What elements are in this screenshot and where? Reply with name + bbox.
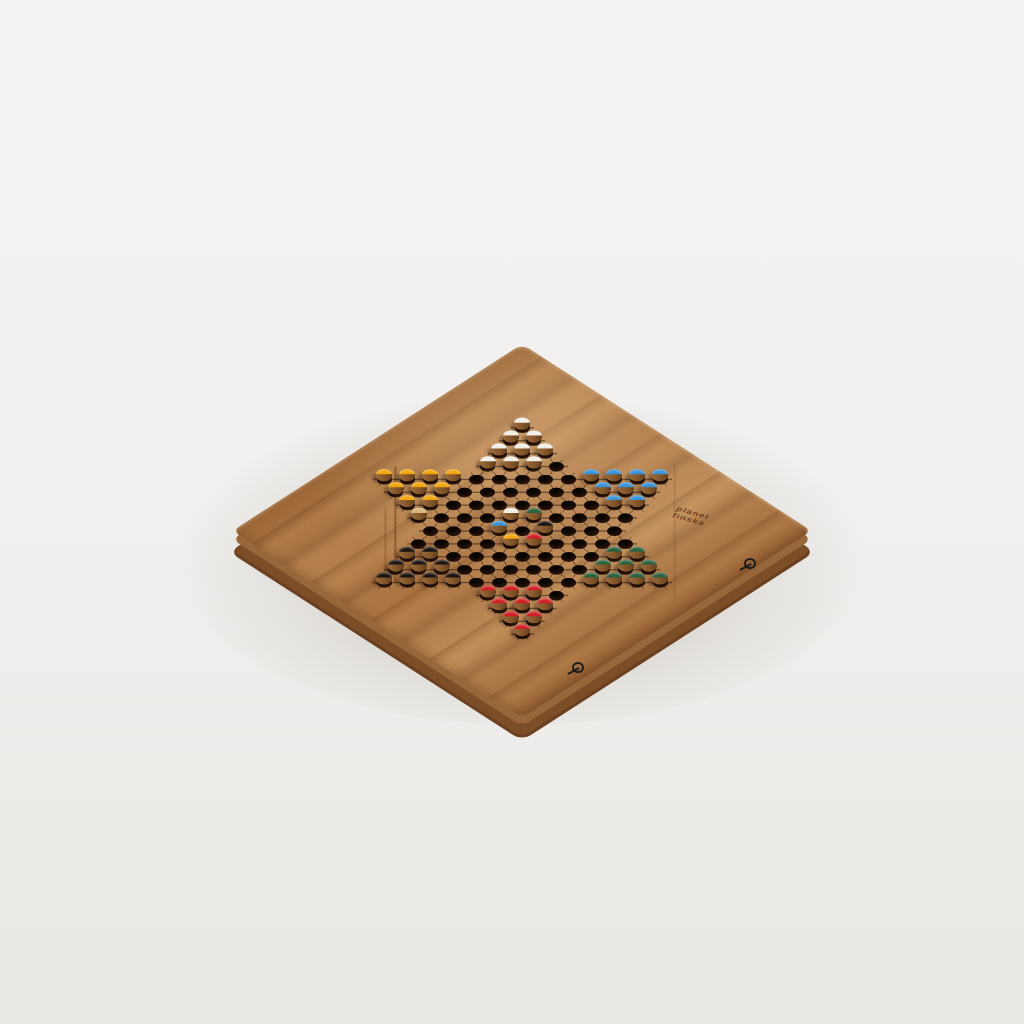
peg-black[interactable]	[422, 572, 438, 582]
board-row-13	[373, 576, 672, 589]
peg-hole[interactable]	[469, 552, 484, 562]
cell-r8c9	[591, 512, 614, 525]
cell-r4c4	[545, 460, 568, 473]
peg-hole[interactable]	[549, 591, 564, 601]
peg-hole[interactable]	[561, 475, 576, 485]
peg-black[interactable]	[422, 546, 438, 556]
peg-natural[interactable]	[411, 508, 427, 518]
peg-green[interactable]	[606, 546, 622, 556]
peg-red[interactable]	[503, 611, 519, 621]
peg-hole[interactable]	[561, 526, 576, 536]
peg-white[interactable]	[480, 456, 496, 466]
peg-blue[interactable]	[583, 469, 599, 479]
peg-hole[interactable]	[480, 539, 495, 549]
peg-hole[interactable]	[618, 513, 633, 523]
cell-r13c3	[419, 576, 442, 589]
peg-white[interactable]	[503, 508, 519, 518]
cell-r8c8	[568, 512, 591, 525]
peg-white[interactable]	[526, 456, 542, 466]
peg-blue[interactable]	[629, 469, 645, 479]
cell-r6c6	[499, 486, 522, 499]
peg-black[interactable]	[411, 559, 427, 569]
peg-green[interactable]	[652, 572, 668, 582]
peg-yellow[interactable]	[445, 469, 461, 479]
peg-hole[interactable]	[492, 552, 507, 562]
peg-hole[interactable]	[434, 539, 449, 549]
peg-hole[interactable]	[526, 565, 541, 575]
cell-r8c3	[453, 512, 476, 525]
peg-black[interactable]	[399, 546, 415, 556]
latch-hook	[566, 660, 586, 676]
peg-yellow[interactable]	[411, 482, 427, 492]
peg-green[interactable]	[595, 559, 611, 569]
cell-r9c1	[419, 525, 442, 538]
peg-hole[interactable]	[503, 565, 518, 575]
peg-hole[interactable]	[595, 513, 610, 523]
cell-r8c2	[430, 512, 453, 525]
cell-r10c7	[545, 537, 568, 550]
cell-r11c6	[511, 550, 534, 563]
cell-r8c10	[614, 512, 637, 525]
cell-r10c5	[499, 537, 522, 550]
cell-r4c3	[522, 460, 545, 473]
peg-white[interactable]	[526, 430, 542, 440]
product-photo-scene: planet finska	[0, 0, 1024, 1024]
board-row-8	[407, 512, 637, 525]
cell-r5c5	[465, 473, 488, 486]
cell-r13c1	[373, 576, 396, 589]
peg-black[interactable]	[537, 521, 553, 531]
peg-red[interactable]	[537, 598, 553, 608]
board-row-15	[488, 602, 557, 615]
peg-red[interactable]	[526, 611, 542, 621]
peg-hole[interactable]	[607, 526, 622, 536]
cell-r9c3	[465, 525, 488, 538]
peg-white[interactable]	[514, 417, 530, 427]
cell-r5c6	[488, 473, 511, 486]
peg-hole[interactable]	[549, 539, 564, 549]
peg-hole[interactable]	[423, 526, 438, 536]
peg-green[interactable]	[618, 559, 634, 569]
peg-red[interactable]	[480, 585, 496, 595]
board-row-17	[511, 628, 534, 641]
cell-r7c4	[465, 499, 488, 512]
peg-hole[interactable]	[503, 487, 518, 497]
peg-white[interactable]	[537, 443, 553, 453]
peg-black[interactable]	[388, 559, 404, 569]
peg-hole[interactable]	[572, 487, 587, 497]
peg-yellow[interactable]	[376, 469, 392, 479]
peg-hole[interactable]	[480, 487, 495, 497]
cell-r7c11	[626, 499, 649, 512]
peg-hole[interactable]	[434, 513, 449, 523]
cell-r12c5	[476, 563, 499, 576]
peg-hole[interactable]	[446, 500, 461, 510]
peg-blue[interactable]	[618, 482, 634, 492]
chinese-checkers-board: planet finska	[232, 344, 812, 718]
peg-black[interactable]	[399, 572, 415, 582]
peg-yellow[interactable]	[422, 469, 438, 479]
peg-hole[interactable]	[561, 500, 576, 510]
board-row-9	[419, 525, 626, 538]
peg-hole[interactable]	[549, 565, 564, 575]
peg-blue[interactable]	[641, 482, 657, 492]
peg-black[interactable]	[434, 559, 450, 569]
peg-hole[interactable]	[549, 462, 564, 472]
cell-r10c3	[453, 537, 476, 550]
cell-r6c5	[476, 486, 499, 499]
peg-hole[interactable]	[457, 565, 472, 575]
peg-blue[interactable]	[606, 469, 622, 479]
board-row-10	[407, 537, 637, 550]
peg-green[interactable]	[641, 559, 657, 569]
cell-r6c9	[568, 486, 591, 499]
peg-hole[interactable]	[446, 526, 461, 536]
cell-r13c11	[603, 576, 626, 589]
cell-r17c1	[511, 628, 534, 641]
peg-hole[interactable]	[480, 565, 495, 575]
cell-r12c8	[545, 563, 568, 576]
cell-r11c7	[534, 550, 557, 563]
peg-green[interactable]	[629, 572, 645, 582]
peg-hole[interactable]	[469, 526, 484, 536]
cell-r11c4	[465, 550, 488, 563]
peg-hole[interactable]	[561, 578, 576, 588]
cell-r9c8	[580, 525, 603, 538]
cell-r9c2	[442, 525, 465, 538]
cell-r6c4	[453, 486, 476, 499]
peg-white[interactable]	[514, 443, 530, 453]
cell-r11c5	[488, 550, 511, 563]
cell-r5c7	[511, 473, 534, 486]
peg-yellow[interactable]	[503, 534, 519, 544]
peg-blue[interactable]	[595, 482, 611, 492]
cell-r12c6	[499, 563, 522, 576]
board-row-11	[396, 550, 649, 563]
cell-r11c8	[557, 550, 580, 563]
cell-r7c9	[580, 499, 603, 512]
board-row-3	[488, 447, 557, 460]
peg-blue[interactable]	[606, 495, 622, 505]
peg-hole[interactable]	[515, 552, 530, 562]
cell-r5c8	[534, 473, 557, 486]
peg-hole[interactable]	[457, 539, 472, 549]
cell-r13c13	[649, 576, 672, 589]
cell-r7c10	[603, 499, 626, 512]
cell-r9c9	[603, 525, 626, 538]
cell-r8c1	[407, 512, 430, 525]
peg-green[interactable]	[583, 572, 599, 582]
peg-hole[interactable]	[561, 552, 576, 562]
cell-r7c8	[557, 499, 580, 512]
peg-blue[interactable]	[491, 521, 507, 531]
cell-r6c7	[522, 486, 545, 499]
peg-yellow[interactable]	[399, 469, 415, 479]
cell-r10c4	[476, 537, 499, 550]
cell-r13c12	[626, 576, 649, 589]
peg-hole[interactable]	[515, 475, 530, 485]
peg-green[interactable]	[526, 508, 542, 518]
cell-r9c7	[557, 525, 580, 538]
peg-hole[interactable]	[469, 500, 484, 510]
peg-hole[interactable]	[584, 526, 599, 536]
peg-hole[interactable]	[538, 552, 553, 562]
star-hole-grid	[317, 399, 727, 663]
cell-r5c9	[557, 473, 580, 486]
peg-red[interactable]	[503, 585, 519, 595]
peg-red[interactable]	[514, 598, 530, 608]
peg-green[interactable]	[606, 572, 622, 582]
cell-r10c8	[568, 537, 591, 550]
peg-red[interactable]	[526, 534, 542, 544]
peg-green[interactable]	[629, 546, 645, 556]
peg-black[interactable]	[376, 572, 392, 582]
latch-hook	[738, 556, 758, 572]
cell-r10c6	[522, 537, 545, 550]
peg-yellow[interactable]	[399, 495, 415, 505]
board-row-7	[396, 499, 649, 512]
peg-yellow[interactable]	[434, 482, 450, 492]
cell-r7c3	[442, 499, 465, 512]
cell-r6c8	[545, 486, 568, 499]
peg-black[interactable]	[445, 572, 461, 582]
peg-hole[interactable]	[469, 475, 484, 485]
cell-r12c7	[522, 563, 545, 576]
peg-hole[interactable]	[572, 513, 587, 523]
peg-white[interactable]	[503, 430, 519, 440]
peg-red[interactable]	[526, 585, 542, 595]
peg-hole[interactable]	[549, 513, 564, 523]
cell-r4c1	[476, 460, 499, 473]
peg-hole[interactable]	[526, 487, 541, 497]
cell-r4c2	[499, 460, 522, 473]
cell-r13c10	[580, 576, 603, 589]
peg-red[interactable]	[514, 624, 530, 634]
peg-hole[interactable]	[549, 487, 564, 497]
peg-red[interactable]	[491, 598, 507, 608]
peg-blue[interactable]	[652, 469, 668, 479]
peg-blue[interactable]	[629, 495, 645, 505]
peg-yellow[interactable]	[388, 482, 404, 492]
peg-white[interactable]	[491, 443, 507, 453]
peg-hole[interactable]	[584, 500, 599, 510]
peg-hole[interactable]	[457, 513, 472, 523]
peg-hole[interactable]	[538, 475, 553, 485]
cell-r13c2	[396, 576, 419, 589]
board-row-4	[476, 460, 568, 473]
peg-yellow[interactable]	[422, 495, 438, 505]
peg-white[interactable]	[503, 456, 519, 466]
cell-r13c4	[442, 576, 465, 589]
cell-r13c9	[557, 576, 580, 589]
peg-hole[interactable]	[492, 475, 507, 485]
peg-hole[interactable]	[572, 539, 587, 549]
peg-hole[interactable]	[457, 487, 472, 497]
